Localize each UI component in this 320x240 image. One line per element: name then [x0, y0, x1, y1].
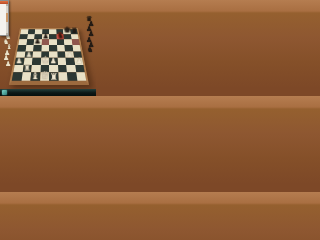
chess-board-scene: ♚♜♟♞♟♟♟♟♚♟♟♜♝♛♜ — [9, 6, 89, 85]
board-square[interactable]: ♜ — [49, 73, 58, 81]
floating-window — [0, 0, 9, 36]
board-square[interactable]: ♟ — [24, 51, 33, 58]
board-square[interactable]: ♚ — [40, 58, 49, 65]
board-square[interactable]: ♞ — [56, 34, 64, 39]
piece-black-k[interactable]: ♚ — [63, 26, 70, 34]
board-square[interactable]: ♟ — [34, 39, 42, 45]
piece-white-q[interactable]: ♛ — [40, 70, 49, 81]
piece-black-p[interactable]: ♟ — [34, 38, 42, 45]
scrollbar-thumb[interactable] — [6, 13, 8, 22]
board-square[interactable] — [75, 65, 85, 73]
board-square[interactable]: ♟ — [42, 34, 49, 39]
piece-white-b[interactable]: ♝ — [30, 71, 39, 81]
chess-board: ♚♜♟♞♟♟♟♟♚♟♟♜♝♛♜ — [12, 29, 86, 81]
piece-white-p[interactable]: ♟ — [24, 50, 32, 57]
piece-white-p[interactable]: ♟ — [66, 50, 74, 57]
board-square[interactable]: ♟ — [49, 58, 58, 65]
piece-black-r[interactable]: ♜ — [71, 27, 78, 34]
board-square[interactable]: ♟ — [65, 51, 74, 58]
board-square[interactable]: ♛ — [40, 73, 49, 81]
captured-piece-white-p: ♟ — [5, 61, 11, 68]
piece-white-r[interactable]: ♜ — [49, 72, 58, 81]
chess-app-taskbar-icon[interactable] — [2, 90, 7, 95]
board-square[interactable]: ♝ — [30, 73, 40, 81]
window-scrollbar[interactable] — [6, 4, 8, 35]
piece-white-p[interactable]: ♟ — [75, 57, 84, 65]
piece-black-p[interactable]: ♟ — [42, 33, 49, 40]
piece-white-k[interactable]: ♚ — [40, 55, 49, 65]
piece-black-n[interactable]: ♞ — [56, 32, 63, 40]
board-frame: ♚♜♟♞♟♟♟♟♚♟♟♜♝♛♜ — [9, 28, 89, 85]
board-square[interactable]: ♟ — [74, 58, 84, 65]
board-square[interactable]: ♜ — [70, 29, 78, 34]
taskbar — [0, 89, 96, 96]
piece-white-p[interactable]: ♟ — [49, 57, 58, 65]
scroll-up-arrow-icon[interactable] — [6, 4, 8, 6]
board-square[interactable] — [76, 73, 86, 81]
board-square[interactable] — [32, 58, 41, 65]
captured-piece-black-n: ♞ — [87, 47, 93, 54]
scroll-down-arrow-icon[interactable] — [6, 33, 8, 35]
